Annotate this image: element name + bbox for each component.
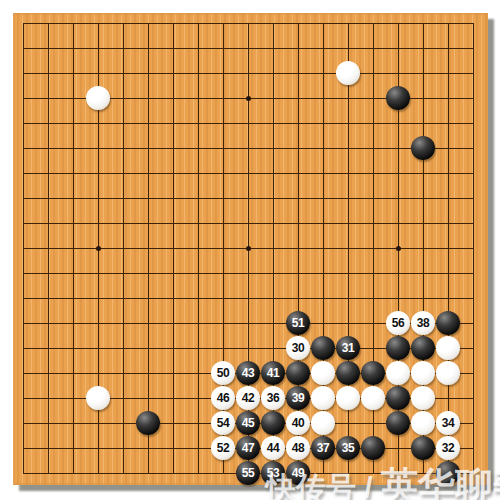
stone-white [336,61,360,85]
stone-move-number: 42 [242,392,254,404]
screenshot-canvas: 5156383031504341464236395445403452474448… [0,0,500,500]
stone-black [436,311,460,335]
stone-white [411,411,435,435]
stone-black-31: 31 [336,336,360,360]
stone-white-44: 44 [261,436,285,460]
stone-move-number: 45 [242,417,254,429]
stone-black [286,361,310,385]
star-point [96,246,101,251]
stone-black-37: 37 [311,436,335,460]
stone-black [361,361,385,385]
stone-black [411,136,435,160]
stone-black [411,336,435,360]
stone-move-number: 56 [392,317,404,329]
stone-white-56: 56 [386,311,410,335]
stone-black [261,411,285,435]
stone-black [386,86,410,110]
stone-white-52: 52 [211,436,235,460]
stone-move-number: 49 [292,467,304,479]
go-board-grid: 5156383031504341464236395445403452474448… [23,23,474,474]
stone-black [361,436,385,460]
stone-black-55: 55 [236,461,260,485]
go-board: 5156383031504341464236395445403452474448… [13,13,488,485]
stone-move-number: 43 [242,367,254,379]
stone-move-number: 51 [292,317,304,329]
stone-white-46: 46 [211,386,235,410]
stone-move-number: 41 [267,367,279,379]
star-point [246,246,251,251]
stone-move-number: 55 [242,467,254,479]
stone-black [436,461,460,485]
stone-black [136,411,160,435]
stone-white [386,361,410,385]
stone-black-47: 47 [236,436,260,460]
stone-white-40: 40 [286,411,310,435]
stone-white [361,386,385,410]
stone-white-36: 36 [261,386,285,410]
stone-white [411,361,435,385]
stone-move-number: 47 [242,442,254,454]
stone-move-number: 48 [292,442,304,454]
stone-black-43: 43 [236,361,260,385]
stone-move-number: 53 [267,467,279,479]
stone-move-number: 37 [317,442,329,454]
stone-white [311,386,335,410]
stone-white-50: 50 [211,361,235,385]
stone-white [86,386,110,410]
stone-black-51: 51 [286,311,310,335]
stone-white-32: 32 [436,436,460,460]
stone-move-number: 52 [217,442,229,454]
stone-black-35: 35 [336,436,360,460]
stone-white-30: 30 [286,336,310,360]
stone-white-54: 54 [211,411,235,435]
stone-move-number: 34 [442,417,454,429]
stone-move-number: 30 [292,342,304,354]
star-point [396,246,401,251]
stone-white [411,386,435,410]
stone-move-number: 36 [267,392,279,404]
stone-black-49: 49 [286,461,310,485]
stone-white [311,411,335,435]
stone-move-number: 40 [292,417,304,429]
stone-white [336,386,360,410]
stone-move-number: 31 [342,342,354,354]
stone-black-41: 41 [261,361,285,385]
stone-black [311,336,335,360]
stone-white-34: 34 [436,411,460,435]
stone-move-number: 38 [417,317,429,329]
stone-white [436,361,460,385]
star-point [246,96,251,101]
stone-move-number: 46 [217,392,229,404]
stone-black [336,361,360,385]
stone-black [386,411,410,435]
stone-black-45: 45 [236,411,260,435]
stone-white [311,361,335,385]
stone-white-42: 42 [236,386,260,410]
stone-black [411,436,435,460]
stone-white [86,86,110,110]
stone-move-number: 50 [217,367,229,379]
stone-move-number: 44 [267,442,279,454]
stone-move-number: 35 [342,442,354,454]
stone-move-number: 32 [442,442,454,454]
stone-black-39: 39 [286,386,310,410]
stone-move-number: 39 [292,392,304,404]
stone-black [386,386,410,410]
stone-black [386,336,410,360]
stone-white-48: 48 [286,436,310,460]
stone-move-number: 54 [217,417,229,429]
stone-black-53: 53 [261,461,285,485]
stone-white-38: 38 [411,311,435,335]
stone-white [436,336,460,360]
